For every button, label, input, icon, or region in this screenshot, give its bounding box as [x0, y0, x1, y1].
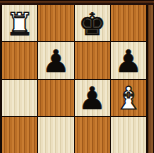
chess-board-screenshot: ♜♚♟♟♟♝ [0, 0, 154, 153]
square-h5[interactable] [111, 117, 146, 153]
square-e8[interactable]: ♜ [2, 5, 37, 41]
square-f6[interactable] [38, 80, 73, 116]
square-h8[interactable] [111, 5, 146, 41]
square-f7[interactable]: ♟ [38, 42, 73, 78]
square-e6[interactable] [2, 80, 37, 116]
square-h6[interactable]: ♝ [111, 80, 146, 116]
square-f5[interactable] [38, 117, 73, 153]
board-frame-right [146, 5, 154, 153]
piece-black-pawn[interactable]: ♟ [78, 83, 106, 114]
piece-white-rook[interactable]: ♜ [6, 9, 34, 40]
piece-white-bishop[interactable]: ♝ [114, 83, 142, 114]
square-e7[interactable] [2, 42, 37, 78]
square-h7[interactable]: ♟ [111, 42, 146, 78]
piece-black-pawn[interactable]: ♟ [42, 46, 70, 77]
square-f8[interactable] [38, 5, 73, 41]
piece-black-pawn[interactable]: ♟ [114, 46, 142, 77]
square-g8[interactable]: ♚ [75, 5, 110, 41]
square-g7[interactable] [75, 42, 110, 78]
square-g5[interactable] [75, 117, 110, 153]
piece-black-king[interactable]: ♚ [78, 9, 106, 40]
square-g6[interactable]: ♟ [75, 80, 110, 116]
chess-board-grid: ♜♚♟♟♟♝ [0, 5, 146, 153]
square-e5[interactable] [2, 117, 37, 153]
